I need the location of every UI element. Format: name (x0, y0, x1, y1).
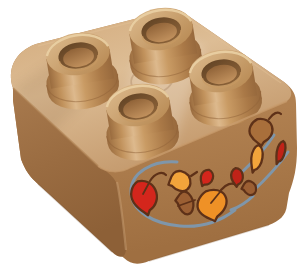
product-image (0, 0, 300, 265)
duplo-brick-image (0, 0, 300, 265)
